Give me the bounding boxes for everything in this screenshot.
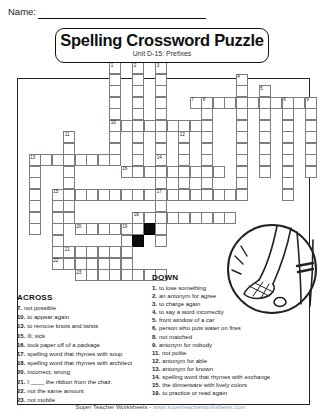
crossword-cell[interactable]	[282, 189, 294, 201]
crossword-cell[interactable]: 13	[29, 154, 41, 166]
crossword-cell[interactable]	[259, 120, 271, 132]
crossword-cell[interactable]: 2	[132, 62, 144, 74]
clue-item: 12.antonym for able	[152, 357, 270, 365]
crossword-cell[interactable]: 20	[75, 223, 87, 235]
crossword-cell[interactable]	[75, 154, 87, 166]
crossword-cell[interactable]	[63, 189, 75, 201]
crossword-cell[interactable]	[109, 74, 121, 86]
crossword-cell[interactable]: 10	[109, 120, 121, 132]
crossword-cell[interactable]	[40, 154, 52, 166]
cell-number: 6	[283, 97, 286, 103]
crossword-cell[interactable]	[132, 154, 144, 166]
crossword-cell[interactable]	[247, 97, 259, 109]
clue-item: 20.incorrect; wrong	[17, 368, 157, 377]
crossword-cell[interactable]	[167, 212, 179, 224]
clue-item: 18.spelling word that rhymes with archit…	[17, 359, 157, 368]
cell-number: 16	[122, 166, 127, 172]
crossword-cell[interactable]	[109, 131, 121, 143]
crossword-cell[interactable]	[305, 120, 317, 132]
crossword-cell[interactable]	[98, 189, 110, 201]
footer: Super Teacher Worksheets - www.superteac…	[0, 404, 321, 410]
cell-number: 20	[76, 224, 81, 230]
crossword-cell[interactable]	[236, 85, 248, 97]
cell-number: 7	[191, 97, 194, 103]
crossword-cell[interactable]	[190, 166, 202, 178]
cell-number: 14	[157, 155, 162, 161]
crossword-cell[interactable]	[201, 166, 213, 178]
crossword-cell[interactable]	[305, 108, 317, 120]
page-title: Spelling Crossword Puzzle	[56, 31, 268, 50]
crossword-cell[interactable]	[121, 258, 133, 270]
crossword-cell[interactable]	[63, 143, 75, 155]
crossword-cell[interactable]	[29, 189, 41, 201]
crossword-cell[interactable]	[201, 154, 213, 166]
cell-number: 12	[180, 132, 185, 138]
crossword-cell[interactable]	[109, 189, 121, 201]
crossword-cell[interactable]	[121, 120, 133, 132]
cell-number: 22	[53, 258, 58, 264]
footer-text: Super Teacher Worksheets -	[75, 404, 152, 410]
crossword-cell[interactable]	[155, 212, 167, 224]
crossword-cell[interactable]	[29, 200, 41, 212]
crossword-cell[interactable]	[155, 177, 167, 189]
crossword-cell[interactable]: 7	[190, 97, 202, 109]
crossword-cell[interactable]	[178, 189, 190, 201]
crossword-cell[interactable]	[259, 97, 271, 109]
clue-item: 5.front window of a car	[152, 316, 270, 324]
crossword-cell[interactable]	[201, 120, 213, 132]
crossword-cell[interactable]	[155, 143, 167, 155]
crossword-cell[interactable]	[201, 212, 213, 224]
crossword-cell[interactable]	[132, 143, 144, 155]
crossword-cell[interactable]	[259, 108, 271, 120]
crossword-cell[interactable]: 23	[75, 269, 87, 281]
crossword-cell[interactable]	[167, 166, 179, 178]
crossword-cell[interactable]	[270, 97, 282, 109]
clue-item: 6.person who puts water on fires	[152, 324, 270, 332]
crossword-cell[interactable]	[121, 246, 133, 258]
crossword-cell[interactable]	[109, 246, 121, 258]
crossword-cell[interactable]	[282, 131, 294, 143]
clue-item: 19.to practice or read again	[152, 389, 270, 397]
cell-number: 19	[122, 224, 127, 230]
name-fill-line[interactable]	[38, 18, 206, 19]
footer-url[interactable]: www.superteacherworksheets.com	[153, 404, 246, 410]
crossword-cell[interactable]	[132, 97, 144, 109]
crossword-cell[interactable]	[305, 166, 317, 178]
crossword-cell[interactable]	[155, 85, 167, 97]
crossword-cell[interactable]	[52, 235, 64, 247]
crossword-cell[interactable]	[109, 143, 121, 155]
crossword-cell[interactable]	[109, 154, 121, 166]
crossword-cell[interactable]: 3	[155, 62, 167, 74]
crossword-cell[interactable]: 9	[305, 97, 317, 109]
crossword-cell[interactable]	[167, 189, 179, 201]
crossword-cell[interactable]	[75, 189, 87, 201]
crossword-cell[interactable]: 12	[178, 131, 190, 143]
clue-item: 14.spelling word that rhymes with exchan…	[152, 373, 270, 381]
crossword-cell[interactable]	[52, 200, 64, 212]
crossword-cell[interactable]	[132, 108, 144, 120]
cell-number: 10	[111, 120, 116, 126]
crossword-cell[interactable]: 16	[121, 166, 133, 178]
crossword-cell[interactable]	[132, 223, 144, 235]
cell-number: 4	[237, 74, 240, 80]
clue-item: 9.antonym for nobody	[152, 341, 270, 349]
clue-item: 10.to appear again	[17, 313, 157, 322]
title-banner: Spelling Crossword Puzzle Unit D-15: Pre…	[55, 28, 269, 63]
crossword-cell[interactable]	[86, 246, 98, 258]
crossword-cell[interactable]	[63, 154, 75, 166]
crossword-cell[interactable]	[178, 154, 190, 166]
crossword-cell[interactable]	[86, 189, 98, 201]
crossword-cell[interactable]	[155, 74, 167, 86]
crossword-cell[interactable]	[86, 269, 98, 281]
illustration-circle-frame	[228, 225, 316, 313]
untied-shoe-illustration	[225, 222, 319, 316]
crossword-cell[interactable]	[259, 131, 271, 143]
crossword-cell[interactable]: 11	[63, 131, 75, 143]
crossword-cell[interactable]	[236, 120, 248, 132]
crossword-cell[interactable]	[224, 97, 236, 109]
crossword-cell[interactable]	[236, 154, 248, 166]
crossword-cell[interactable]	[282, 108, 294, 120]
cell-number: 5	[260, 86, 263, 92]
crossword-cell[interactable]: 8	[201, 97, 213, 109]
crossword-cell[interactable]	[29, 223, 41, 235]
crossword-cell[interactable]	[178, 177, 190, 189]
crossword-cell[interactable]	[259, 166, 271, 178]
crossword-cell[interactable]	[63, 212, 75, 224]
crossword-cell[interactable]	[132, 166, 144, 178]
cell-number: 11	[65, 132, 70, 138]
crossword-cell[interactable]	[305, 154, 317, 166]
crossword-cell[interactable]	[29, 212, 41, 224]
cell-number: 13	[30, 155, 35, 161]
crossword-cell[interactable]	[75, 246, 87, 258]
cell-number: 23	[76, 270, 81, 276]
crossword-cell[interactable]	[213, 189, 225, 201]
crossword-cell[interactable]	[236, 143, 248, 155]
crossword-cell[interactable]	[155, 235, 167, 247]
crossword-cell[interactable]	[213, 166, 225, 178]
crossword-cell[interactable]	[75, 258, 87, 270]
crossword-cell[interactable]	[52, 212, 64, 224]
crossword-cell[interactable]	[236, 131, 248, 143]
clue-item: 7.not possible	[17, 304, 157, 313]
crossword-cell[interactable]	[109, 97, 121, 109]
crossword-cell[interactable]: 18	[132, 212, 144, 224]
clue-item: 13.antonym for known	[152, 365, 270, 373]
crossword-cell[interactable]	[29, 177, 41, 189]
clue-item: 16.took paper off of a package	[17, 341, 157, 350]
crossword-cell[interactable]	[167, 120, 179, 132]
crossword-cell[interactable]	[155, 97, 167, 109]
crossword-cell[interactable]: 1	[109, 62, 121, 74]
crossword-cell[interactable]	[155, 223, 167, 235]
crossword-cell[interactable]	[190, 189, 202, 201]
crossword-cell[interactable]	[201, 131, 213, 143]
cell-number: 3	[157, 63, 160, 69]
crossword-cell[interactable]	[63, 200, 75, 212]
crossword-cell[interactable]	[236, 166, 248, 178]
crossword-cell[interactable]	[178, 120, 190, 132]
crossword-cell[interactable]	[259, 154, 271, 166]
crossword-cell[interactable]	[132, 269, 144, 281]
crossword-cell[interactable]	[282, 177, 294, 189]
crossword-cell[interactable]	[155, 120, 167, 132]
cell-number: 2	[134, 63, 137, 69]
black-cell	[144, 223, 156, 235]
crossword-cell[interactable]	[259, 143, 271, 155]
name-label: Name:	[8, 6, 36, 17]
clue-item: 15.ill; sick	[17, 332, 157, 341]
crossword-cell[interactable]	[201, 108, 213, 120]
crossword-cell[interactable]	[52, 246, 64, 258]
crossword-cell[interactable]	[132, 131, 144, 143]
crossword-cell[interactable]: 22	[52, 258, 64, 270]
crossword-cell[interactable]	[109, 223, 121, 235]
crossword-cell[interactable]: 17	[155, 189, 167, 201]
crossword-cell[interactable]	[236, 108, 248, 120]
clue-item: 17.spelling word that rhymes with soup	[17, 350, 157, 359]
crossword-cell[interactable]	[121, 189, 133, 201]
crossword-cell[interactable]	[305, 143, 317, 155]
crossword-cell[interactable]	[282, 154, 294, 166]
crossword-cell[interactable]	[63, 166, 75, 178]
crossword-cell[interactable]	[282, 166, 294, 178]
crossword-cell[interactable]	[201, 143, 213, 155]
crossword-cell[interactable]: 14	[155, 154, 167, 166]
across-heading: ACROSS	[17, 293, 157, 302]
crossword-cell[interactable]	[155, 108, 167, 120]
clue-item: 22.not the same amount	[17, 387, 157, 396]
black-cell	[132, 235, 144, 247]
crossword-cell[interactable]	[144, 212, 156, 224]
cell-number: 17	[157, 189, 162, 195]
crossword-cell[interactable]	[213, 212, 225, 224]
clue-item: 13.to remove knots and twists	[17, 322, 157, 331]
crossword-cell[interactable]	[305, 131, 317, 143]
clue-item: 21.I ____ the ribbon from the chair.	[17, 378, 157, 387]
crossword-cell[interactable]	[190, 120, 202, 132]
crossword-cell[interactable]	[144, 166, 156, 178]
crossword-cell[interactable]	[132, 74, 144, 86]
crossword-cell[interactable]	[121, 269, 133, 281]
cell-number: 15	[53, 189, 58, 195]
crossword-cell[interactable]	[282, 120, 294, 132]
crossword-cell[interactable]	[63, 177, 75, 189]
crossword-cell[interactable]	[201, 189, 213, 201]
crossword-cell[interactable]	[132, 120, 144, 132]
crossword-cell[interactable]	[98, 223, 110, 235]
crossword-cell[interactable]: 5	[259, 85, 271, 97]
cell-number: 21	[65, 247, 70, 253]
across-clues: ACROSS 7.not possible10.to appear again1…	[17, 293, 157, 405]
crossword-cell[interactable]	[52, 154, 64, 166]
crossword-cell[interactable]: 21	[63, 246, 75, 258]
crossword-cell[interactable]	[121, 235, 133, 247]
crossword-cell[interactable]	[98, 154, 110, 166]
crossword-cell[interactable]: 19	[121, 223, 133, 235]
crossword-cell[interactable]	[155, 131, 167, 143]
crossword-cell[interactable]	[109, 85, 121, 97]
crossword-cell[interactable]	[213, 97, 225, 109]
page-subtitle: Unit D-15: Prefixes	[56, 50, 268, 57]
crossword-cell[interactable]	[98, 269, 110, 281]
crossword-cell[interactable]	[293, 97, 305, 109]
clue-item: 15.the dinnerware with lively colors	[152, 381, 270, 389]
crossword-cell[interactable]	[155, 200, 167, 212]
crossword-cell[interactable]	[98, 246, 110, 258]
crossword-cell[interactable]	[144, 120, 156, 132]
crossword-cell[interactable]	[282, 143, 294, 155]
crossword-cell[interactable]	[109, 269, 121, 281]
cell-number: 18	[134, 212, 139, 218]
crossword-cell[interactable]	[224, 189, 236, 201]
crossword-cell[interactable]	[201, 177, 213, 189]
crossword-cell[interactable]	[63, 258, 75, 270]
cell-number: 9	[306, 97, 309, 103]
crossword-cell[interactable]	[144, 189, 156, 201]
crossword-cell[interactable]	[86, 258, 98, 270]
cell-number: 8	[203, 97, 206, 103]
crossword-cell[interactable]	[178, 212, 190, 224]
crossword-cell[interactable]	[155, 166, 167, 178]
crossword-cell[interactable]	[190, 212, 202, 224]
crossword-cell[interactable]	[86, 223, 98, 235]
crossword-cell[interactable]: 6	[282, 97, 294, 109]
crossword-cell[interactable]: 15	[52, 189, 64, 201]
cell-number: 1	[111, 63, 114, 69]
crossword-cell[interactable]	[178, 166, 190, 178]
crossword-cell[interactable]	[109, 108, 121, 120]
crossword-cell[interactable]	[29, 166, 41, 178]
crossword-cell[interactable]	[236, 97, 248, 109]
across-clue-list: 7.not possible10.to appear again13.to re…	[17, 304, 157, 405]
crossword-cell[interactable]	[178, 143, 190, 155]
crossword-cell[interactable]	[109, 258, 121, 270]
crossword-cell[interactable]: 4	[236, 74, 248, 86]
clue-item: 8.not matched	[152, 333, 270, 341]
crossword-cell[interactable]	[86, 154, 98, 166]
crossword-cell[interactable]	[236, 189, 248, 201]
crossword-cell[interactable]	[132, 85, 144, 97]
crossword-cell[interactable]	[52, 223, 64, 235]
crossword-cell[interactable]	[98, 258, 110, 270]
crossword-cell[interactable]	[132, 189, 144, 201]
clue-item: 11.not polite	[152, 349, 270, 357]
crossword-cell[interactable]	[236, 177, 248, 189]
